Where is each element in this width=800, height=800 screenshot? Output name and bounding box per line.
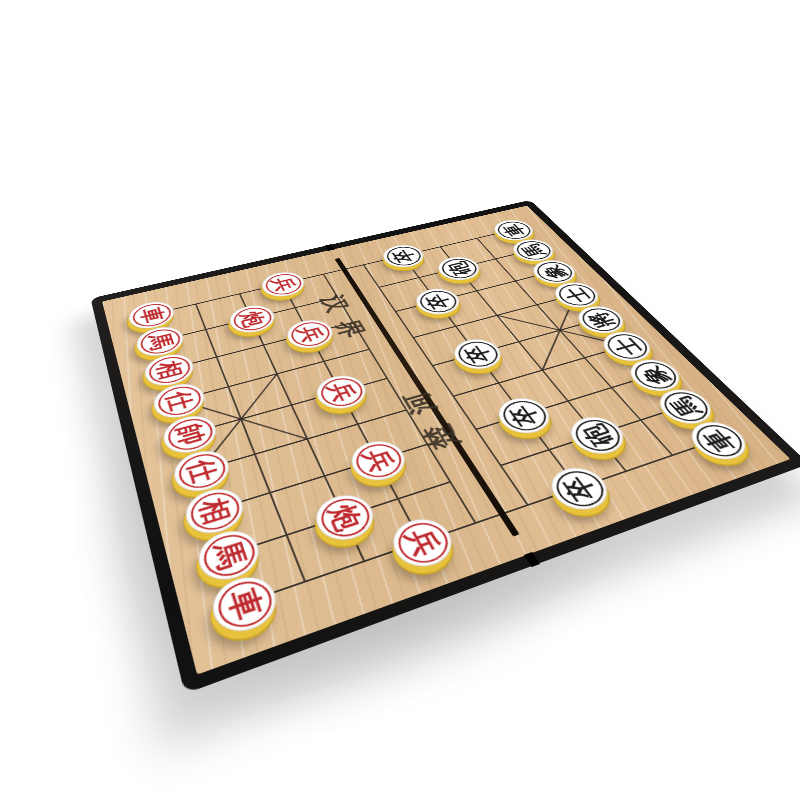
piece-red-cannon[interactable]: 炮 — [309, 489, 382, 548]
piece-red-soldier[interactable]: 兵 — [282, 316, 339, 353]
piece-black-soldier[interactable]: 卒 — [490, 393, 559, 439]
piece-black-soldier[interactable]: 卒 — [377, 242, 429, 271]
piece-black-soldier[interactable]: 卒 — [541, 462, 618, 517]
product-photo-stage: 汉界河楚 車卒兵車馬砲炮馬象卒兵相士仕將卒兵帥士仕象卒兵相馬砲炮馬車卒兵車 — [0, 0, 800, 800]
piece-red-soldier[interactable]: 兵 — [384, 512, 461, 574]
piece-black-soldier[interactable]: 卒 — [410, 285, 467, 319]
piece-red-soldier[interactable]: 兵 — [344, 435, 413, 486]
piece-red-chariot[interactable]: 車 — [206, 569, 283, 640]
piece-black-soldier[interactable]: 卒 — [447, 335, 509, 374]
piece-black-cannon[interactable]: 砲 — [432, 254, 487, 284]
piece-red-cannon[interactable]: 炮 — [225, 302, 280, 337]
piece-red-soldier[interactable]: 兵 — [257, 269, 309, 301]
piece-red-soldier[interactable]: 兵 — [310, 371, 373, 414]
piece-black-cannon[interactable]: 砲 — [561, 412, 633, 460]
fold-hinge-bottom — [523, 552, 539, 567]
